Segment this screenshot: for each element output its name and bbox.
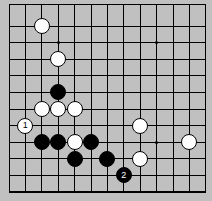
intersection-c1-r8[interactable] [1, 101, 17, 118]
intersection-c7-r12[interactable] [99, 167, 115, 184]
intersection-c6-r5[interactable] [83, 51, 99, 68]
black-stone[interactable] [99, 151, 115, 167]
intersection-c13-r12[interactable] [197, 167, 212, 184]
intersection-c4-r13[interactable] [50, 184, 66, 201]
intersection-c1-r13[interactable] [1, 184, 17, 201]
intersection-c4-r8[interactable] [50, 101, 66, 118]
intersection-c2-r4[interactable] [17, 34, 33, 51]
intersection-c11-r10[interactable] [165, 134, 181, 151]
intersection-c4-r7[interactable] [50, 84, 66, 101]
intersection-c6-r9[interactable] [83, 117, 99, 134]
intersection-c8-r4[interactable] [116, 34, 132, 51]
intersection-c5-r3[interactable] [66, 18, 82, 35]
intersection-c8-r7[interactable] [116, 84, 132, 101]
intersection-c2-r10[interactable] [17, 134, 33, 151]
black-stone[interactable] [50, 84, 66, 100]
white-stone[interactable] [34, 101, 50, 117]
intersection-c6-r12[interactable] [83, 167, 99, 184]
intersection-c1-r9[interactable] [1, 117, 17, 134]
intersection-c5-r10[interactable] [66, 134, 82, 151]
intersection-c2-r11[interactable] [17, 150, 33, 167]
intersection-c13-r9[interactable] [197, 117, 212, 134]
intersection-c8-r11[interactable] [116, 150, 132, 167]
intersection-c12-r13[interactable] [181, 184, 197, 201]
intersection-c10-r8[interactable] [148, 101, 164, 118]
intersection-c7-r9[interactable] [99, 117, 115, 134]
intersection-c5-r12[interactable] [66, 167, 82, 184]
intersection-c11-r11[interactable] [165, 150, 181, 167]
intersection-c9-r6[interactable] [132, 67, 148, 84]
intersection-c1-r5[interactable] [1, 51, 17, 68]
intersection-c13-r8[interactable] [197, 101, 212, 118]
white-stone-move-1[interactable]: 1 [17, 118, 33, 134]
white-stone[interactable] [50, 101, 66, 117]
intersection-c5-r13[interactable] [66, 184, 82, 201]
intersection-c8-r10[interactable] [116, 134, 132, 151]
intersection-c11-r12[interactable] [165, 167, 181, 184]
intersection-c13-r6[interactable] [197, 67, 212, 84]
intersection-c7-r6[interactable] [99, 67, 115, 84]
intersection-c4-r3[interactable] [50, 18, 66, 35]
intersection-c7-r8[interactable] [99, 101, 115, 118]
intersection-c5-r9[interactable] [66, 117, 82, 134]
intersection-c6-r10[interactable] [83, 134, 99, 151]
star-point [155, 41, 158, 44]
intersection-c8-r13[interactable] [116, 184, 132, 201]
intersection-c10-r3[interactable] [148, 18, 164, 35]
intersection-c11-r3[interactable] [165, 18, 181, 35]
intersection-c9-r3[interactable] [132, 18, 148, 35]
intersection-c3-r8[interactable] [34, 101, 50, 118]
intersection-c11-r6[interactable] [165, 67, 181, 84]
intersection-c3-r12[interactable] [34, 167, 50, 184]
intersection-c5-r6[interactable] [66, 67, 82, 84]
intersection-c13-r4[interactable] [197, 34, 212, 51]
intersection-c8-r6[interactable] [116, 67, 132, 84]
intersection-c5-r4[interactable] [66, 34, 82, 51]
intersection-c12-r7[interactable] [181, 84, 197, 101]
intersection-c3-r10[interactable] [34, 134, 50, 151]
intersection-c2-r8[interactable] [17, 101, 33, 118]
intersection-c12-r5[interactable] [181, 51, 197, 68]
intersection-c12-r11[interactable] [181, 150, 197, 167]
board-grid: 12 [1, 18, 212, 201]
intersection-c8-r8[interactable] [116, 101, 132, 118]
intersection-c5-r8[interactable] [66, 101, 82, 118]
intersection-c4-r11[interactable] [50, 150, 66, 167]
intersection-c12-r9[interactable] [181, 117, 197, 134]
intersection-c13-r11[interactable] [197, 150, 212, 167]
intersection-c11-r8[interactable] [165, 101, 181, 118]
intersection-c9-r5[interactable] [132, 51, 148, 68]
intersection-c10-r4[interactable] [148, 34, 164, 51]
intersection-c10-r9[interactable] [148, 117, 164, 134]
intersection-c6-r6[interactable] [83, 67, 99, 84]
intersection-c2-r7[interactable] [17, 84, 33, 101]
intersection-c3-r9[interactable] [34, 117, 50, 134]
intersection-c10-r12[interactable] [148, 167, 164, 184]
intersection-c11-r7[interactable] [165, 84, 181, 101]
black-stone[interactable] [50, 134, 66, 150]
intersection-c7-r11[interactable] [99, 150, 115, 167]
intersection-c2-r12[interactable] [17, 167, 33, 184]
intersection-c8-r9[interactable] [116, 117, 132, 134]
intersection-c9-r7[interactable] [132, 84, 148, 101]
intersection-c9-r10[interactable] [132, 134, 148, 151]
intersection-c12-r3[interactable] [181, 18, 197, 35]
intersection-c13-r5[interactable] [197, 51, 212, 68]
intersection-c6-r4[interactable] [83, 34, 99, 51]
intersection-c12-r4[interactable] [181, 34, 197, 51]
white-stone[interactable] [132, 151, 148, 167]
intersection-c12-r8[interactable] [181, 101, 197, 118]
intersection-c10-r6[interactable] [148, 67, 164, 84]
intersection-c6-r7[interactable] [83, 84, 99, 101]
white-stone[interactable] [132, 118, 148, 134]
intersection-c8-r12[interactable]: 2 [116, 167, 132, 184]
intersection-c7-r4[interactable] [99, 34, 115, 51]
intersection-c11-r9[interactable] [165, 117, 181, 134]
intersection-c4-r4[interactable] [50, 34, 66, 51]
intersection-c9-r8[interactable] [132, 101, 148, 118]
intersection-c13-r10[interactable] [197, 134, 212, 151]
intersection-c12-r6[interactable] [181, 67, 197, 84]
intersection-c10-r10[interactable] [148, 134, 164, 151]
intersection-c9-r12[interactable] [132, 167, 148, 184]
intersection-c3-r7[interactable] [34, 84, 50, 101]
intersection-c3-r5[interactable] [34, 51, 50, 68]
intersection-c4-r6[interactable] [50, 67, 66, 84]
intersection-c4-r12[interactable] [50, 167, 66, 184]
intersection-c6-r8[interactable] [83, 101, 99, 118]
intersection-c13-r13[interactable] [197, 184, 212, 201]
white-stone[interactable] [67, 101, 83, 117]
intersection-c4-r10[interactable] [50, 134, 66, 151]
go-board[interactable]: 12 [0, 0, 212, 201]
intersection-c2-r9[interactable]: 1 [17, 117, 33, 134]
intersection-c7-r10[interactable] [99, 134, 115, 151]
move-number-label: 1 [23, 121, 28, 130]
intersection-c10-r11[interactable] [148, 150, 164, 167]
intersection-c12-r10[interactable] [181, 134, 197, 151]
intersection-c8-r5[interactable] [116, 51, 132, 68]
star-point [57, 41, 60, 44]
intersection-c5-r7[interactable] [66, 84, 82, 101]
intersection-c3-r4[interactable] [34, 34, 50, 51]
intersection-c3-r6[interactable] [34, 67, 50, 84]
intersection-c13-r7[interactable] [197, 84, 212, 101]
intersection-c3-r3[interactable] [34, 18, 50, 35]
intersection-c1-r6[interactable] [1, 67, 17, 84]
intersection-c9-r11[interactable] [132, 150, 148, 167]
intersection-c11-r4[interactable] [165, 34, 181, 51]
white-stone[interactable] [181, 134, 197, 150]
intersection-c7-r5[interactable] [99, 51, 115, 68]
star-point [155, 141, 158, 144]
intersection-c2-r6[interactable] [17, 67, 33, 84]
intersection-c5-r5[interactable] [66, 51, 82, 68]
intersection-c13-r3[interactable] [197, 18, 212, 35]
intersection-c11-r13[interactable] [165, 184, 181, 201]
intersection-c1-r7[interactable] [1, 84, 17, 101]
black-stone[interactable] [83, 134, 99, 150]
intersection-c9-r13[interactable] [132, 184, 148, 201]
black-stone-move-2[interactable]: 2 [116, 167, 132, 183]
intersection-c10-r5[interactable] [148, 51, 164, 68]
intersection-c2-r3[interactable] [17, 18, 33, 35]
intersection-c9-r9[interactable] [132, 117, 148, 134]
intersection-c1-r4[interactable] [1, 34, 17, 51]
intersection-c2-r13[interactable] [17, 184, 33, 201]
intersection-c9-r4[interactable] [132, 34, 148, 51]
intersection-c4-r5[interactable] [50, 51, 66, 68]
intersection-c8-r3[interactable] [116, 18, 132, 35]
intersection-c1-r11[interactable] [1, 150, 17, 167]
white-stone[interactable] [34, 18, 50, 34]
intersection-c12-r12[interactable] [181, 167, 197, 184]
intersection-c3-r11[interactable] [34, 150, 50, 167]
move-number-label: 2 [121, 171, 126, 180]
intersection-c1-r12[interactable] [1, 167, 17, 184]
intersection-c6-r3[interactable] [83, 18, 99, 35]
intersection-c10-r7[interactable] [148, 84, 164, 101]
intersection-c5-r11[interactable] [66, 150, 82, 167]
intersection-c7-r7[interactable] [99, 84, 115, 101]
intersection-c10-r13[interactable] [148, 184, 164, 201]
intersection-c7-r13[interactable] [99, 184, 115, 201]
black-stone[interactable] [67, 151, 83, 167]
white-stone[interactable] [50, 51, 66, 67]
intersection-c3-r13[interactable] [34, 184, 50, 201]
white-stone[interactable] [67, 134, 83, 150]
intersection-c7-r3[interactable] [99, 18, 115, 35]
intersection-c2-r5[interactable] [17, 51, 33, 68]
intersection-c6-r11[interactable] [83, 150, 99, 167]
intersection-c6-r13[interactable] [83, 184, 99, 201]
black-stone[interactable] [34, 134, 50, 150]
intersection-c11-r5[interactable] [165, 51, 181, 68]
intersection-c1-r10[interactable] [1, 134, 17, 151]
intersection-c1-r3[interactable] [1, 18, 17, 35]
intersection-c4-r9[interactable] [50, 117, 66, 134]
